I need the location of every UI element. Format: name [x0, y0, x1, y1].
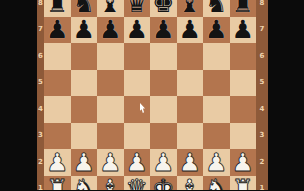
square-f4[interactable]: [177, 96, 204, 123]
piece-white-pawn[interactable]: ♟: [205, 150, 227, 175]
piece-white-queen[interactable]: ♛: [126, 176, 148, 190]
square-d4[interactable]: [124, 96, 151, 123]
square-c1[interactable]: ♝: [97, 176, 124, 191]
rank-label-left-5: 5: [37, 70, 44, 97]
rank-label-left-7: 7: [37, 17, 44, 44]
square-f1[interactable]: ♝: [177, 176, 204, 191]
piece-white-pawn[interactable]: ♟: [126, 150, 148, 175]
piece-black-pawn[interactable]: ♟: [99, 17, 121, 42]
piece-white-pawn[interactable]: ♟: [232, 150, 254, 175]
piece-white-rook[interactable]: ♜: [232, 176, 254, 190]
square-d5[interactable]: [124, 70, 151, 97]
square-e1[interactable]: ♚: [150, 176, 177, 191]
square-c2[interactable]: ♟: [97, 149, 124, 176]
square-g1[interactable]: ♞: [203, 176, 230, 191]
piece-white-pawn[interactable]: ♟: [46, 150, 68, 175]
square-h4[interactable]: [230, 96, 257, 123]
square-a5[interactable]: [44, 70, 71, 97]
square-e3[interactable]: [150, 123, 177, 150]
square-d2[interactable]: ♟: [124, 149, 151, 176]
piece-white-pawn[interactable]: ♟: [179, 150, 201, 175]
square-d1[interactable]: ♛: [124, 176, 151, 191]
square-h3[interactable]: [230, 123, 257, 150]
piece-white-king[interactable]: ♚: [152, 176, 174, 190]
square-b3[interactable]: [71, 123, 98, 150]
square-a3[interactable]: [44, 123, 71, 150]
square-d7[interactable]: ♟: [124, 17, 151, 44]
piece-black-king[interactable]: ♚: [152, 0, 174, 16]
piece-black-bishop[interactable]: ♝: [99, 0, 121, 16]
rank-label-right-3: 3: [256, 123, 268, 150]
piece-white-pawn[interactable]: ♟: [152, 150, 174, 175]
piece-black-rook[interactable]: ♜: [232, 0, 254, 16]
square-b5[interactable]: [71, 70, 98, 97]
square-e6[interactable]: [150, 43, 177, 70]
square-b8[interactable]: ♞: [71, 0, 98, 17]
piece-white-bishop[interactable]: ♝: [99, 176, 121, 190]
square-c6[interactable]: [97, 43, 124, 70]
rank-label-left-2: 2: [37, 149, 44, 176]
square-a1[interactable]: ♜: [44, 176, 71, 191]
piece-black-pawn[interactable]: ♟: [205, 17, 227, 42]
square-f5[interactable]: [177, 70, 204, 97]
piece-black-pawn[interactable]: ♟: [126, 17, 148, 42]
square-g4[interactable]: [203, 96, 230, 123]
square-b1[interactable]: ♞: [71, 176, 98, 191]
rank-label-right-8: 8: [256, 0, 268, 17]
square-g2[interactable]: ♟: [203, 149, 230, 176]
piece-black-knight[interactable]: ♞: [73, 0, 95, 16]
rank-label-right-5: 5: [256, 70, 268, 97]
square-b4[interactable]: [71, 96, 98, 123]
square-f8[interactable]: ♝: [177, 0, 204, 17]
piece-white-rook[interactable]: ♜: [46, 176, 68, 190]
piece-white-pawn[interactable]: ♟: [73, 150, 95, 175]
chess-board: ♜♞♝♛♚♝♞♜♟♟♟♟♟♟♟♟♟♟♟♟♟♟♟♟♜♞♝♛♚♝♞♜: [44, 0, 256, 190]
square-c4[interactable]: [97, 96, 124, 123]
rank-label-right-1: 1: [256, 176, 268, 191]
square-d8[interactable]: ♛: [124, 0, 151, 17]
square-f3[interactable]: [177, 123, 204, 150]
piece-black-rook[interactable]: ♜: [46, 0, 68, 16]
rank-label-left-3: 3: [37, 123, 44, 150]
square-a6[interactable]: [44, 43, 71, 70]
square-e5[interactable]: [150, 70, 177, 97]
app-background: 87654321 ♜♞♝♛♚♝♞♜♟♟♟♟♟♟♟♟♟♟♟♟♟♟♟♟♜♞♝♛♚♝♞…: [0, 0, 304, 190]
rank-label-right-2: 2: [256, 149, 268, 176]
piece-white-pawn[interactable]: ♟: [99, 150, 121, 175]
piece-white-bishop[interactable]: ♝: [179, 176, 201, 190]
square-h7[interactable]: ♟: [230, 17, 257, 44]
square-c7[interactable]: ♟: [97, 17, 124, 44]
square-b2[interactable]: ♟: [71, 149, 98, 176]
piece-black-pawn[interactable]: ♟: [46, 17, 68, 42]
square-a2[interactable]: ♟: [44, 149, 71, 176]
square-g7[interactable]: ♟: [203, 17, 230, 44]
square-h6[interactable]: [230, 43, 257, 70]
rank-label-left-1: 1: [37, 176, 44, 191]
piece-black-knight[interactable]: ♞: [205, 0, 227, 16]
rank-label-left-6: 6: [37, 43, 44, 70]
square-a7[interactable]: ♟: [44, 17, 71, 44]
piece-black-bishop[interactable]: ♝: [179, 0, 201, 16]
rank-label-right-4: 4: [256, 96, 268, 123]
square-h8[interactable]: ♜: [230, 0, 257, 17]
square-f6[interactable]: [177, 43, 204, 70]
square-g3[interactable]: [203, 123, 230, 150]
square-c3[interactable]: [97, 123, 124, 150]
rank-labels-right: 87654321: [256, 0, 268, 190]
square-b6[interactable]: [71, 43, 98, 70]
square-g6[interactable]: [203, 43, 230, 70]
piece-white-knight[interactable]: ♞: [73, 176, 95, 190]
square-g8[interactable]: ♞: [203, 0, 230, 17]
piece-white-knight[interactable]: ♞: [205, 176, 227, 190]
square-a8[interactable]: ♜: [44, 0, 71, 17]
square-b7[interactable]: ♟: [71, 17, 98, 44]
piece-black-pawn[interactable]: ♟: [152, 17, 174, 42]
piece-black-pawn[interactable]: ♟: [73, 17, 95, 42]
chess-board-frame: 87654321 ♜♞♝♛♚♝♞♜♟♟♟♟♟♟♟♟♟♟♟♟♟♟♟♟♜♞♝♛♚♝♞…: [37, 0, 268, 190]
square-e7[interactable]: ♟: [150, 17, 177, 44]
piece-black-queen[interactable]: ♛: [126, 0, 148, 16]
square-e2[interactable]: ♟: [150, 149, 177, 176]
square-h1[interactable]: ♜: [230, 176, 257, 191]
square-d6[interactable]: [124, 43, 151, 70]
square-h5[interactable]: [230, 70, 257, 97]
square-h2[interactable]: ♟: [230, 149, 257, 176]
square-d3[interactable]: [124, 123, 151, 150]
square-e8[interactable]: ♚: [150, 0, 177, 17]
rank-label-left-8: 8: [37, 0, 44, 17]
piece-black-pawn[interactable]: ♟: [179, 17, 201, 42]
square-c8[interactable]: ♝: [97, 0, 124, 17]
square-f2[interactable]: ♟: [177, 149, 204, 176]
rank-labels-left: 87654321: [37, 0, 44, 190]
rank-label-right-7: 7: [256, 17, 268, 44]
square-c5[interactable]: [97, 70, 124, 97]
square-e4[interactable]: [150, 96, 177, 123]
square-g5[interactable]: [203, 70, 230, 97]
square-f7[interactable]: ♟: [177, 17, 204, 44]
square-a4[interactable]: [44, 96, 71, 123]
rank-label-left-4: 4: [37, 96, 44, 123]
piece-black-pawn[interactable]: ♟: [232, 17, 254, 42]
rank-label-right-6: 6: [256, 43, 268, 70]
